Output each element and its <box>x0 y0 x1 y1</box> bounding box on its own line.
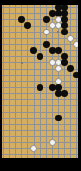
black-stone <box>61 59 68 66</box>
white-stone <box>43 29 50 36</box>
intersection-c4-r3[interactable] <box>25 23 31 29</box>
intersection-c8-r22[interactable] <box>49 139 55 145</box>
black-stone <box>43 41 50 48</box>
intersection-c6-r8[interactable] <box>37 54 43 60</box>
black-stone <box>43 16 50 23</box>
white-stone <box>49 139 56 146</box>
intersection-c9-r7[interactable] <box>55 47 61 53</box>
black-stone <box>55 115 62 122</box>
intersection-c7-r2[interactable] <box>43 17 49 23</box>
go-board-grid <box>0 4 79 158</box>
intersection-c10-r4[interactable] <box>61 29 67 35</box>
intersection-c5-r7[interactable] <box>31 47 37 53</box>
intersection-c9-r10[interactable] <box>55 66 61 72</box>
black-stone <box>61 90 68 97</box>
white-stone <box>67 35 74 42</box>
star-point <box>21 62 23 64</box>
crop-edge-top <box>0 0 81 5</box>
intersection-c7-r6[interactable] <box>43 41 49 47</box>
intersection-c10-r14[interactable] <box>61 90 67 96</box>
go-app-screen <box>0 0 81 171</box>
black-stone <box>37 84 44 91</box>
intersection-c9-r18[interactable] <box>55 115 61 121</box>
black-stone <box>55 47 62 54</box>
intersection-c11-r10[interactable] <box>67 66 73 72</box>
crop-edge-left <box>0 0 2 171</box>
intersection-c5-r23[interactable] <box>31 146 37 152</box>
crop-edge-right <box>78 0 81 171</box>
intersection-c11-r5[interactable] <box>67 35 73 41</box>
star-point <box>57 31 59 33</box>
intersection-c6-r13[interactable] <box>37 84 43 90</box>
intersection-c7-r4[interactable] <box>43 29 49 35</box>
intersection-c10-r9[interactable] <box>61 60 67 66</box>
intersection-c3-r2[interactable] <box>19 17 25 23</box>
crop-edge-bottom <box>0 158 81 171</box>
